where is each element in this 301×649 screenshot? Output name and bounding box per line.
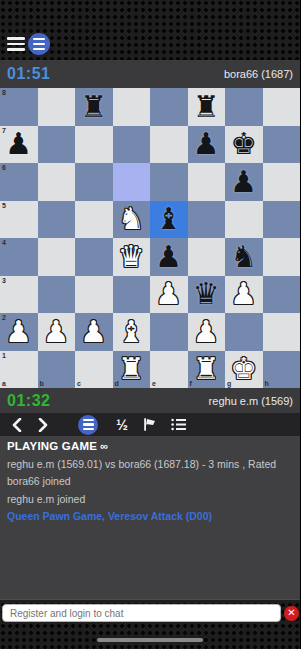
square-e2[interactable]	[150, 313, 188, 351]
square-f8[interactable]: ♜	[188, 88, 226, 126]
square-h1[interactable]: h	[263, 351, 301, 389]
square-a1[interactable]: 1a	[0, 351, 38, 389]
rank-label-2: 2	[2, 314, 6, 321]
piece-black-king: ♚	[225, 126, 263, 164]
home-indicator	[97, 638, 203, 642]
square-h7[interactable]	[263, 126, 301, 164]
event-joined-bottom: reghu e.m joined	[7, 493, 293, 505]
piece-white-bishop: ♝	[113, 313, 151, 351]
square-f3[interactable]: ♛	[188, 276, 226, 314]
chat-input[interactable]	[2, 604, 281, 622]
square-c3[interactable]	[75, 276, 113, 314]
square-d1[interactable]: d♜	[113, 351, 151, 389]
square-c8[interactable]: ♜	[75, 88, 113, 126]
square-f4[interactable]	[188, 238, 226, 276]
bottom-player-bar: 01:32 reghu e.m (1569)	[0, 388, 300, 413]
square-d8[interactable]	[113, 88, 151, 126]
next-move-button[interactable]	[30, 413, 56, 436]
square-a7[interactable]: 7♟	[0, 126, 38, 164]
square-f2[interactable]: ♟	[188, 313, 226, 351]
square-e7[interactable]	[150, 126, 188, 164]
piece-white-pawn: ♟	[38, 313, 76, 351]
move-list-icon	[171, 418, 186, 431]
game-toolbar: ½	[0, 413, 300, 436]
square-d4[interactable]: ♛	[113, 238, 151, 276]
square-e5[interactable]: ♝	[150, 201, 188, 239]
piece-black-pawn: ♟	[150, 238, 188, 276]
file-label-a: a	[2, 380, 6, 387]
previous-move-button[interactable]	[4, 413, 30, 436]
match-description: reghu e.m (1569.01) vs bora66 (1687.18) …	[7, 458, 293, 470]
square-d2[interactable]: ♝	[113, 313, 151, 351]
square-a8[interactable]: 8	[0, 88, 38, 126]
square-d5[interactable]: ♞	[113, 201, 151, 239]
offer-draw-button[interactable]: ½	[112, 413, 132, 436]
chevron-right-icon	[40, 419, 46, 431]
piece-black-pawn: ♟	[188, 126, 226, 164]
piece-black-pawn: ♟	[225, 163, 263, 201]
rank-label-6: 6	[2, 164, 6, 171]
square-g7[interactable]: ♚	[225, 126, 263, 164]
top-player-name: bora66 (1687)	[224, 68, 293, 80]
square-c6[interactable]	[75, 163, 113, 201]
rank-label-1: 1	[2, 352, 6, 359]
square-c7[interactable]	[75, 126, 113, 164]
square-e3[interactable]: ♟	[150, 276, 188, 314]
square-g2[interactable]	[225, 313, 263, 351]
square-h4[interactable]	[263, 238, 301, 276]
link-icon[interactable]: ∞	[100, 441, 108, 452]
square-b8[interactable]	[38, 88, 76, 126]
square-e6[interactable]	[150, 163, 188, 201]
event-joined-top: bora66 joined	[7, 475, 293, 487]
file-label-h: h	[265, 380, 269, 387]
square-a4[interactable]: 4	[0, 238, 38, 276]
square-b2[interactable]: ♟	[38, 313, 76, 351]
square-c4[interactable]	[75, 238, 113, 276]
move-list-button[interactable]	[166, 413, 190, 436]
piece-white-pawn: ♟	[188, 313, 226, 351]
chess-board[interactable]: 8♜♜7♟♟♚6♟5♞♝4♛♟♞3♟♛♟2♟♟♟♝♟1abcd♜ef♜g♚h	[0, 88, 300, 388]
square-a5[interactable]: 5	[0, 201, 38, 239]
opening-name-link[interactable]: Queen Pawn Game, Veresov Attack (D00)	[7, 510, 293, 522]
chevron-left-icon	[14, 419, 20, 431]
game-info-panel: PLAYING GAME ∞ reghu e.m (1569.01) vs bo…	[0, 436, 300, 600]
piece-white-rook: ♜	[188, 351, 226, 389]
rank-label-7: 7	[2, 127, 6, 134]
square-c5[interactable]	[75, 201, 113, 239]
square-b5[interactable]	[38, 201, 76, 239]
square-b3[interactable]	[38, 276, 76, 314]
rank-label-4: 4	[2, 239, 6, 246]
rank-label-5: 5	[2, 202, 6, 209]
square-g6[interactable]: ♟	[225, 163, 263, 201]
square-f7[interactable]: ♟	[188, 126, 226, 164]
square-e4[interactable]: ♟	[150, 238, 188, 276]
blue-menu-icon[interactable]	[28, 33, 50, 55]
square-f6[interactable]	[188, 163, 226, 201]
piece-white-pawn: ♟	[150, 276, 188, 314]
file-label-d: d	[115, 380, 119, 387]
square-b6[interactable]	[38, 163, 76, 201]
top-navigation	[0, 0, 300, 60]
hamburger-menu-icon[interactable]	[7, 37, 25, 51]
game-menu-icon[interactable]	[78, 415, 98, 435]
piece-black-knight: ♞	[225, 238, 263, 276]
file-label-b: b	[40, 380, 44, 387]
rank-label-3: 3	[2, 277, 6, 284]
bottom-player-clock: 01:32	[7, 392, 50, 410]
square-h5[interactable]	[263, 201, 301, 239]
square-b4[interactable]	[38, 238, 76, 276]
piece-white-pawn: ♟	[75, 313, 113, 351]
square-d3[interactable]	[113, 276, 151, 314]
square-c2[interactable]: ♟	[75, 313, 113, 351]
square-e8[interactable]	[150, 88, 188, 126]
piece-white-pawn: ♟	[225, 276, 263, 314]
square-h2[interactable]	[263, 313, 301, 351]
top-player-bar: 01:51 bora66 (1687)	[0, 60, 300, 88]
file-label-f: f	[190, 380, 192, 387]
chess-app-screen: 01:51 bora66 (1687) 8♜♜7♟♟♚6♟5♞♝4♛♟♞3♟♛♟…	[0, 0, 300, 649]
square-g4[interactable]: ♞	[225, 238, 263, 276]
square-a3[interactable]: 3	[0, 276, 38, 314]
piece-white-queen: ♛	[113, 238, 151, 276]
top-player-clock: 01:51	[7, 65, 50, 83]
resign-button[interactable]	[138, 413, 162, 436]
file-label-e: e	[152, 380, 156, 387]
square-g5[interactable]	[225, 201, 263, 239]
square-b1[interactable]: b	[38, 351, 76, 389]
square-a6[interactable]: 6	[0, 163, 38, 201]
file-label-c: c	[77, 380, 81, 387]
piece-black-bishop: ♝	[150, 201, 188, 239]
square-f1[interactable]: f♜	[188, 351, 226, 389]
resign-flag-icon	[142, 417, 158, 432]
rank-label-8: 8	[2, 89, 6, 96]
piece-black-rook: ♜	[75, 88, 113, 126]
square-g3[interactable]: ♟	[225, 276, 263, 314]
piece-black-queen: ♛	[188, 276, 226, 314]
game-status-title: PLAYING GAME	[7, 440, 97, 452]
square-h8[interactable]	[263, 88, 301, 126]
chat-close-button[interactable]: ✕	[284, 606, 299, 621]
square-d7[interactable]	[113, 126, 151, 164]
bottom-player-name: reghu e.m (1569)	[209, 395, 293, 407]
piece-black-rook: ♜	[188, 88, 226, 126]
piece-white-knight: ♞	[113, 201, 151, 239]
square-h3[interactable]	[263, 276, 301, 314]
square-d6[interactable]	[113, 163, 151, 201]
square-a2[interactable]: 2♟	[0, 313, 38, 351]
square-e1[interactable]: e	[150, 351, 188, 389]
chat-row: ✕	[0, 600, 300, 626]
square-c1[interactable]: c	[75, 351, 113, 389]
square-h6[interactable]	[263, 163, 301, 201]
square-g1[interactable]: g♚	[225, 351, 263, 389]
square-b7[interactable]	[38, 126, 76, 164]
file-label-g: g	[227, 380, 231, 387]
square-f5[interactable]	[188, 201, 226, 239]
square-g8[interactable]	[225, 88, 263, 126]
